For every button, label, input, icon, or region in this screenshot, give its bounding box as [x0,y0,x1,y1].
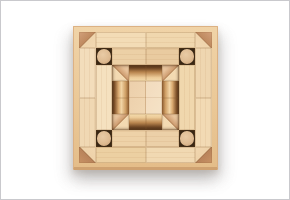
cylinder-top [180,131,195,145]
rect-h2-block [146,130,179,146]
corner-br-block [195,147,212,163]
recess-bottom-block [146,114,163,130]
recess-right-block [162,98,179,114]
rect-h-block [96,147,146,163]
rect-h2-block [146,48,179,64]
tri-br-block [162,114,179,130]
corner-tr-block [195,32,212,48]
tri-tl-block [112,65,129,81]
rect-h-block [146,32,196,48]
rect-v-block [195,48,212,97]
cylinder-block [179,130,196,146]
rect-v-block [195,98,212,147]
cylinder-top [180,49,195,63]
rect-v-block [79,48,96,97]
rect-h2-block [112,48,145,64]
rect-h-block [96,32,146,48]
cylinder-block [96,130,113,146]
rect-h-block [146,147,196,163]
rect-v-block [79,98,96,147]
corner-bl-block [79,147,96,163]
cylinder-block [96,48,113,64]
recess-top-block [146,65,163,81]
recess-left-block [112,98,129,114]
block-board [79,32,212,163]
wooden-tray [73,26,218,170]
tri-bl-block [112,114,129,130]
recess-bottom-block [129,114,146,130]
recess-top-block [129,65,146,81]
recess-right-block [162,81,179,97]
rect-v-block [179,65,196,131]
recess-left-block [112,81,129,97]
rect-h2-block [112,130,145,146]
tri-tr-block [162,65,179,81]
cylinder-top [97,131,112,145]
corner-tl-block [79,32,96,48]
product-photo [0,0,290,200]
cylinder-top [97,49,112,63]
cylinder-block [179,48,196,64]
center-block [129,81,162,114]
rect-v-block [96,65,113,131]
